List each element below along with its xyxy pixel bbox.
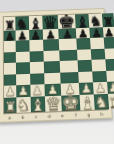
black-pawn[interactable]: ♟ [62,30,73,39]
white-queen[interactable]: ♛ [45,97,62,111]
square-a1[interactable]: ♜ [4,97,17,113]
square-b4[interactable] [16,62,30,74]
square-g1[interactable]: ♞ [94,93,109,109]
chessboard: ♜♞♝♛♚♝♞♜♟♟♟♟♟♟♟♟♟♟♟♟♟♟♟♟♜♞♝♛♚♝♞♜ abcdefg… [0,8,113,123]
white-pawn[interactable]: ♟ [108,83,114,92]
square-b7[interactable]: ♟ [16,30,29,41]
white-rook[interactable]: ♜ [108,98,114,109]
white-knight[interactable]: ♞ [94,97,109,109]
square-d6[interactable] [43,39,59,50]
file-label-g: g [82,112,95,118]
file-label-c: c [29,114,42,120]
black-king[interactable]: ♚ [58,14,76,28]
square-e7[interactable]: ♟ [58,28,76,39]
black-pawn[interactable]: ♟ [45,31,56,40]
square-f4[interactable] [78,60,93,72]
square-e6[interactable] [59,39,77,50]
square-h7[interactable]: ♟ [103,27,114,38]
square-d7[interactable]: ♟ [43,29,59,40]
square-c7[interactable]: ♟ [29,29,43,40]
square-h1[interactable]: ♜ [108,93,114,109]
square-b2[interactable]: ♟ [16,85,30,97]
white-pawn[interactable]: ♟ [32,86,43,95]
black-pawn[interactable]: ♟ [4,32,15,41]
square-f1[interactable]: ♝ [79,94,95,110]
square-c5[interactable] [29,51,44,63]
photo-backdrop: ♜♞♝♛♚♝♞♜♟♟♟♟♟♟♟♟♟♟♟♟♟♟♟♟♜♞♝♛♚♝♞♜ abcdefg… [0,0,114,144]
square-h2[interactable]: ♟ [107,81,114,93]
file-label-a: a [3,115,16,121]
file-label-e: e [56,113,69,119]
square-c4[interactable] [29,62,44,74]
white-pawn[interactable]: ♟ [18,87,29,97]
square-h6[interactable] [103,37,114,48]
square-b1[interactable]: ♞ [16,96,30,112]
square-a2[interactable]: ♟ [4,85,16,97]
file-label-b: b [16,114,29,120]
white-pawn[interactable]: ♟ [95,84,107,93]
square-g2[interactable]: ♟ [93,82,107,94]
square-g7[interactable]: ♟ [90,27,104,38]
square-g5[interactable] [91,49,105,60]
square-a6[interactable] [4,41,16,52]
square-h5[interactable] [104,48,114,59]
white-pawn[interactable]: ♟ [5,87,16,97]
board-scene: ♜♞♝♛♚♝♞♜♟♟♟♟♟♟♟♟♟♟♟♟♟♟♟♟♜♞♝♛♚♝♞♜ abcdefg… [0,6,109,120]
square-f5[interactable] [77,49,92,60]
square-e4[interactable] [60,61,78,73]
white-king[interactable]: ♚ [61,94,80,110]
square-h4[interactable] [105,59,114,71]
black-queen[interactable]: ♛ [42,16,58,29]
square-d4[interactable] [44,61,61,73]
file-label-h: h [95,111,109,117]
square-f6[interactable] [76,38,91,49]
square-e5[interactable] [59,50,77,62]
square-a7[interactable]: ♟ [4,30,16,41]
black-pawn[interactable]: ♟ [103,29,114,38]
black-pawn[interactable]: ♟ [78,30,89,39]
square-b5[interactable] [16,51,30,62]
square-c6[interactable] [29,40,43,51]
square-g6[interactable] [90,38,104,49]
white-pawn[interactable]: ♟ [81,84,92,93]
square-g4[interactable] [92,60,106,72]
square-c1[interactable]: ♝ [30,96,45,112]
file-label-d: d [43,113,56,119]
square-a4[interactable] [4,63,16,75]
board-grid: ♜♞♝♛♚♝♞♜♟♟♟♟♟♟♟♟♟♟♟♟♟♟♟♟♜♞♝♛♚♝♞♜ [3,12,108,114]
white-bishop[interactable]: ♝ [80,97,95,110]
square-d5[interactable] [43,50,59,62]
file-label-f: f [69,112,82,118]
square-b6[interactable] [16,41,29,52]
white-rook[interactable]: ♜ [4,102,17,113]
white-knight[interactable]: ♞ [16,100,30,112]
black-pawn[interactable]: ♟ [17,32,28,41]
square-f7[interactable]: ♟ [76,28,91,39]
square-d1[interactable]: ♛ [45,95,62,112]
white-bishop[interactable]: ♝ [30,99,45,112]
black-pawn[interactable]: ♟ [91,29,102,38]
square-e1[interactable]: ♚ [61,94,80,111]
black-pawn[interactable]: ♟ [30,31,41,40]
square-a5[interactable] [4,52,16,63]
